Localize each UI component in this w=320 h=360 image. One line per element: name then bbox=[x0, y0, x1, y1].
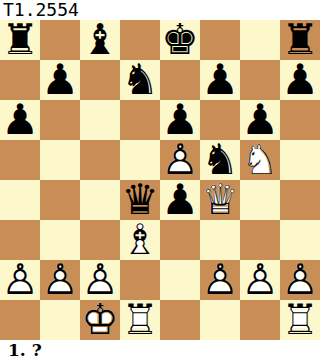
square-c2[interactable]: ♟♙ bbox=[80, 260, 120, 300]
square-g8[interactable] bbox=[240, 20, 280, 60]
square-d1[interactable]: ♜♖ bbox=[120, 300, 160, 340]
square-d3[interactable]: ♝♗ bbox=[120, 220, 160, 260]
square-b4[interactable] bbox=[40, 180, 80, 220]
square-b3[interactable] bbox=[40, 220, 80, 260]
square-c4[interactable] bbox=[80, 180, 120, 220]
piece-white-rook[interactable]: ♜♖ bbox=[120, 300, 160, 340]
square-d5[interactable] bbox=[120, 140, 160, 180]
square-c6[interactable] bbox=[80, 100, 120, 140]
chess-puzzle-window: T1.2554 ♜♝♚♜♟♞♟♟♟♟♟♟♙♞♞♘♛♟♛♕♝♗♟♙♟♙♟♙♟♙♟♙… bbox=[0, 0, 320, 360]
piece-black-pawn[interactable]: ♟ bbox=[240, 100, 280, 140]
square-b2[interactable]: ♟♙ bbox=[40, 260, 80, 300]
square-g7[interactable] bbox=[240, 60, 280, 100]
square-c1[interactable]: ♚♔ bbox=[80, 300, 120, 340]
black-piece-glyph: ♞ bbox=[200, 140, 240, 180]
square-a4[interactable] bbox=[0, 180, 40, 220]
white-piece-outline-glyph: ♙ bbox=[240, 260, 280, 300]
square-c5[interactable] bbox=[80, 140, 120, 180]
black-piece-glyph: ♛ bbox=[120, 180, 160, 220]
piece-white-queen[interactable]: ♛♕ bbox=[200, 180, 240, 220]
white-piece-outline-glyph: ♗ bbox=[120, 220, 160, 260]
piece-white-pawn[interactable]: ♟♙ bbox=[280, 260, 320, 300]
piece-white-pawn[interactable]: ♟♙ bbox=[0, 260, 40, 300]
status-bar: 1. ? bbox=[0, 340, 320, 360]
black-piece-glyph: ♟ bbox=[160, 180, 200, 220]
piece-black-queen[interactable]: ♛ bbox=[120, 180, 160, 220]
title-bar: T1.2554 bbox=[0, 0, 320, 20]
square-f4[interactable]: ♛♕ bbox=[200, 180, 240, 220]
black-piece-glyph: ♝ bbox=[80, 20, 120, 60]
square-a6[interactable]: ♟ bbox=[0, 100, 40, 140]
piece-black-pawn[interactable]: ♟ bbox=[280, 60, 320, 100]
piece-white-pawn[interactable]: ♟♙ bbox=[200, 260, 240, 300]
square-f8[interactable] bbox=[200, 20, 240, 60]
square-a2[interactable]: ♟♙ bbox=[0, 260, 40, 300]
square-a7[interactable] bbox=[0, 60, 40, 100]
black-piece-glyph: ♞ bbox=[120, 60, 160, 100]
square-h1[interactable]: ♜♖ bbox=[280, 300, 320, 340]
piece-black-pawn[interactable]: ♟ bbox=[160, 180, 200, 220]
square-e5[interactable]: ♟♙ bbox=[160, 140, 200, 180]
piece-black-pawn[interactable]: ♟ bbox=[200, 60, 240, 100]
piece-black-bishop[interactable]: ♝ bbox=[80, 20, 120, 60]
white-piece-outline-glyph: ♙ bbox=[0, 260, 40, 300]
square-f6[interactable] bbox=[200, 100, 240, 140]
square-b6[interactable] bbox=[40, 100, 80, 140]
square-d8[interactable] bbox=[120, 20, 160, 60]
piece-white-rook[interactable]: ♜♖ bbox=[280, 300, 320, 340]
piece-black-knight[interactable]: ♞ bbox=[120, 60, 160, 100]
piece-white-bishop[interactable]: ♝♗ bbox=[120, 220, 160, 260]
piece-black-pawn[interactable]: ♟ bbox=[40, 60, 80, 100]
puzzle-title: T1.2554 bbox=[0, 0, 320, 20]
square-f3[interactable] bbox=[200, 220, 240, 260]
square-e3[interactable] bbox=[160, 220, 200, 260]
white-piece-outline-glyph: ♙ bbox=[160, 140, 200, 180]
black-piece-glyph: ♜ bbox=[0, 20, 40, 60]
black-piece-glyph: ♟ bbox=[240, 100, 280, 140]
square-g4[interactable] bbox=[240, 180, 280, 220]
square-c8[interactable]: ♝ bbox=[80, 20, 120, 60]
square-h2[interactable]: ♟♙ bbox=[280, 260, 320, 300]
piece-black-king[interactable]: ♚ bbox=[160, 20, 200, 60]
square-h7[interactable]: ♟ bbox=[280, 60, 320, 100]
white-piece-outline-glyph: ♙ bbox=[40, 260, 80, 300]
piece-black-pawn[interactable]: ♟ bbox=[0, 100, 40, 140]
square-a5[interactable] bbox=[0, 140, 40, 180]
chess-board[interactable]: ♜♝♚♜♟♞♟♟♟♟♟♟♙♞♞♘♛♟♛♕♝♗♟♙♟♙♟♙♟♙♟♙♟♙♚♔♜♖♜♖ bbox=[0, 20, 320, 340]
square-d2[interactable] bbox=[120, 260, 160, 300]
square-e6[interactable]: ♟ bbox=[160, 100, 200, 140]
black-piece-glyph: ♟ bbox=[280, 60, 320, 100]
black-piece-glyph: ♜ bbox=[280, 20, 320, 60]
square-a3[interactable] bbox=[0, 220, 40, 260]
square-f1[interactable] bbox=[200, 300, 240, 340]
square-b7[interactable]: ♟ bbox=[40, 60, 80, 100]
square-g2[interactable]: ♟♙ bbox=[240, 260, 280, 300]
square-e1[interactable] bbox=[160, 300, 200, 340]
move-prompt: 1. ? bbox=[0, 340, 320, 360]
square-e4[interactable]: ♟ bbox=[160, 180, 200, 220]
square-c7[interactable] bbox=[80, 60, 120, 100]
square-g5[interactable]: ♞♘ bbox=[240, 140, 280, 180]
piece-white-pawn[interactable]: ♟♙ bbox=[160, 140, 200, 180]
square-a1[interactable] bbox=[0, 300, 40, 340]
white-piece-outline-glyph: ♙ bbox=[280, 260, 320, 300]
piece-black-rook[interactable]: ♜ bbox=[0, 20, 40, 60]
square-f2[interactable]: ♟♙ bbox=[200, 260, 240, 300]
white-piece-outline-glyph: ♖ bbox=[120, 300, 160, 340]
piece-black-pawn[interactable]: ♟ bbox=[160, 100, 200, 140]
square-b5[interactable] bbox=[40, 140, 80, 180]
piece-black-rook[interactable]: ♜ bbox=[280, 20, 320, 60]
square-g1[interactable] bbox=[240, 300, 280, 340]
piece-black-knight[interactable]: ♞ bbox=[200, 140, 240, 180]
white-piece-outline-glyph: ♙ bbox=[200, 260, 240, 300]
square-d6[interactable] bbox=[120, 100, 160, 140]
square-h4[interactable] bbox=[280, 180, 320, 220]
square-d7[interactable]: ♞ bbox=[120, 60, 160, 100]
piece-white-pawn[interactable]: ♟♙ bbox=[40, 260, 80, 300]
square-h6[interactable] bbox=[280, 100, 320, 140]
square-e8[interactable]: ♚ bbox=[160, 20, 200, 60]
square-f5[interactable]: ♞ bbox=[200, 140, 240, 180]
square-h8[interactable]: ♜ bbox=[280, 20, 320, 60]
black-piece-glyph: ♟ bbox=[40, 60, 80, 100]
square-h5[interactable] bbox=[280, 140, 320, 180]
square-g3[interactable] bbox=[240, 220, 280, 260]
square-f7[interactable]: ♟ bbox=[200, 60, 240, 100]
white-piece-outline-glyph: ♕ bbox=[200, 180, 240, 220]
piece-white-knight[interactable]: ♞♘ bbox=[240, 140, 280, 180]
piece-white-king[interactable]: ♚♔ bbox=[80, 300, 120, 340]
white-piece-outline-glyph: ♘ bbox=[240, 140, 280, 180]
square-h3[interactable] bbox=[280, 220, 320, 260]
black-piece-glyph: ♟ bbox=[200, 60, 240, 100]
square-e7[interactable] bbox=[160, 60, 200, 100]
square-g6[interactable]: ♟ bbox=[240, 100, 280, 140]
square-a8[interactable]: ♜ bbox=[0, 20, 40, 60]
piece-white-pawn[interactable]: ♟♙ bbox=[240, 260, 280, 300]
square-e2[interactable] bbox=[160, 260, 200, 300]
square-c3[interactable] bbox=[80, 220, 120, 260]
white-piece-outline-glyph: ♙ bbox=[80, 260, 120, 300]
white-piece-outline-glyph: ♖ bbox=[280, 300, 320, 340]
black-piece-glyph: ♚ bbox=[160, 20, 200, 60]
square-b8[interactable] bbox=[40, 20, 80, 60]
square-d4[interactable]: ♛ bbox=[120, 180, 160, 220]
white-piece-outline-glyph: ♔ bbox=[80, 300, 120, 340]
black-piece-glyph: ♟ bbox=[0, 100, 40, 140]
piece-white-pawn[interactable]: ♟♙ bbox=[80, 260, 120, 300]
square-b1[interactable] bbox=[40, 300, 80, 340]
black-piece-glyph: ♟ bbox=[160, 100, 200, 140]
